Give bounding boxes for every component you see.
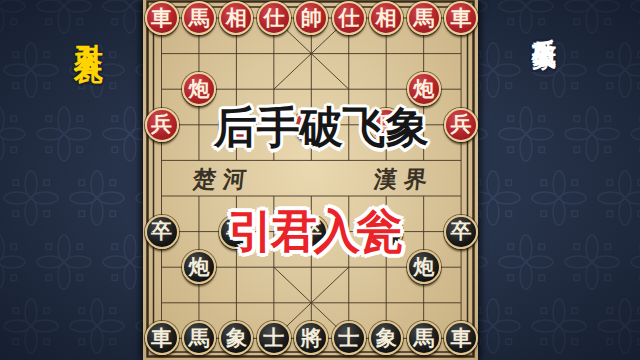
river-label-han-jie: 漢界	[372, 164, 435, 195]
overlay-title-trap: 引君入瓮	[228, 201, 400, 263]
piece-red-soldier[interactable]: 兵	[145, 108, 179, 142]
piece-black-horse[interactable]: 馬	[407, 321, 441, 355]
piece-black-advisor[interactable]: 士	[257, 321, 291, 355]
piece-red-cannon[interactable]: 炮	[182, 72, 216, 106]
river-label-chu-he: 楚河	[191, 164, 254, 195]
left-panel-title: 引君入瓮	[69, 21, 109, 33]
piece-black-cannon[interactable]: 炮	[407, 250, 441, 284]
piece-red-advisor[interactable]: 仕	[257, 1, 291, 35]
piece-black-soldier[interactable]: 卒	[145, 215, 179, 249]
video-frame: 楚河 漢界 車馬相仕帥仕相馬車炮炮兵兵兵兵兵卒卒卒卒卒炮炮車馬象士將士象馬車 引…	[0, 0, 640, 360]
piece-black-chariot[interactable]: 車	[145, 321, 179, 355]
piece-black-soldier[interactable]: 卒	[444, 215, 478, 249]
piece-red-advisor[interactable]: 仕	[332, 1, 366, 35]
piece-red-chariot[interactable]: 車	[145, 1, 179, 35]
right-panel-title: 后手破飞象	[528, 19, 560, 29]
piece-red-soldier[interactable]: 兵	[444, 108, 478, 142]
piece-red-chariot[interactable]: 車	[444, 1, 478, 35]
overlay-title-opening: 后手破飞象	[214, 99, 429, 157]
piece-black-cannon[interactable]: 炮	[182, 250, 216, 284]
piece-red-elephant[interactable]: 相	[369, 1, 403, 35]
piece-black-advisor[interactable]: 士	[332, 321, 366, 355]
piece-red-horse[interactable]: 馬	[407, 1, 441, 35]
xiangqi-board: 楚河 漢界 車馬相仕帥仕相馬車炮炮兵兵兵兵兵卒卒卒卒卒炮炮車馬象士將士象馬車	[143, 0, 478, 360]
piece-red-horse[interactable]: 馬	[182, 1, 216, 35]
